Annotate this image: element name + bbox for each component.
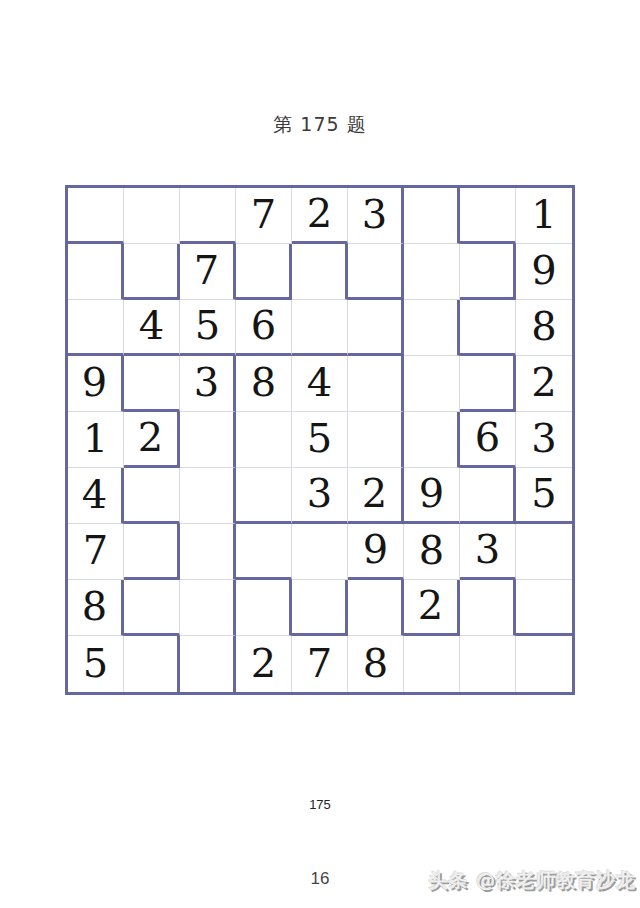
cell-r7c3[interactable] (180, 524, 236, 580)
cell-r5c8[interactable]: 6 (460, 412, 516, 468)
cell-r8c2[interactable] (124, 580, 180, 636)
cell-r4c9[interactable]: 2 (516, 356, 572, 412)
cell-r6c9[interactable]: 5 (516, 468, 572, 524)
cell-r5c2[interactable]: 2 (124, 412, 180, 468)
cell-r6c7[interactable]: 9 (404, 468, 460, 524)
cell-r8c5[interactable] (292, 580, 348, 636)
cell-r9c4[interactable]: 2 (236, 636, 292, 692)
cell-r4c4[interactable]: 8 (236, 356, 292, 412)
cell-r1c6[interactable]: 3 (348, 188, 404, 244)
cell-r6c5[interactable]: 3 (292, 468, 348, 524)
cell-r7c5[interactable] (292, 524, 348, 580)
cell-r8c8[interactable] (460, 580, 516, 636)
cell-r1c8[interactable] (460, 188, 516, 244)
cell-r1c9[interactable]: 1 (516, 188, 572, 244)
cell-r9c8[interactable] (460, 636, 516, 692)
cell-r5c7[interactable] (404, 412, 460, 468)
watermark: 头条 @徐老师教育沙龙 (428, 868, 636, 894)
cell-r4c8[interactable] (460, 356, 516, 412)
cell-r7c8[interactable]: 3 (460, 524, 516, 580)
cell-r8c6[interactable] (348, 580, 404, 636)
cell-r7c2[interactable] (124, 524, 180, 580)
cell-r1c4[interactable]: 7 (236, 188, 292, 244)
cell-r3c4[interactable]: 6 (236, 300, 292, 356)
cell-r7c4[interactable] (236, 524, 292, 580)
cell-r9c7[interactable] (404, 636, 460, 692)
cell-r4c3[interactable]: 3 (180, 356, 236, 412)
sudoku-board: 72317945689384212563432957983825278 (65, 185, 575, 695)
cell-r8c4[interactable] (236, 580, 292, 636)
cell-r3c7[interactable] (404, 300, 460, 356)
cell-r8c3[interactable] (180, 580, 236, 636)
cell-r7c9[interactable] (516, 524, 572, 580)
cell-r3c1[interactable] (68, 300, 124, 356)
cell-r2c5[interactable] (292, 244, 348, 300)
cell-r6c8[interactable] (460, 468, 516, 524)
cell-r2c2[interactable] (124, 244, 180, 300)
cell-r9c9[interactable] (516, 636, 572, 692)
cell-r1c1[interactable] (68, 188, 124, 244)
cell-r9c2[interactable] (124, 636, 180, 692)
cell-r7c1[interactable]: 7 (68, 524, 124, 580)
cell-r3c6[interactable] (348, 300, 404, 356)
cell-r1c3[interactable] (180, 188, 236, 244)
cell-r5c4[interactable] (236, 412, 292, 468)
cell-r5c1[interactable]: 1 (68, 412, 124, 468)
cell-r2c6[interactable] (348, 244, 404, 300)
puzzle-number: 175 (0, 797, 640, 812)
puzzle-page: 第 175 题 72317945689384212563432957983825… (0, 0, 640, 908)
cell-r9c5[interactable]: 7 (292, 636, 348, 692)
cell-r4c7[interactable] (404, 356, 460, 412)
cell-r5c6[interactable] (348, 412, 404, 468)
cell-r8c9[interactable] (516, 580, 572, 636)
cell-r9c1[interactable]: 5 (68, 636, 124, 692)
cell-r2c8[interactable] (460, 244, 516, 300)
cell-r3c9[interactable]: 8 (516, 300, 572, 356)
cell-r6c4[interactable] (236, 468, 292, 524)
cell-r2c1[interactable] (68, 244, 124, 300)
cell-r2c9[interactable]: 9 (516, 244, 572, 300)
puzzle-title: 第 175 题 (0, 112, 640, 138)
cell-r4c1[interactable]: 9 (68, 356, 124, 412)
cell-r7c7[interactable]: 8 (404, 524, 460, 580)
cell-r2c7[interactable] (404, 244, 460, 300)
cell-r3c8[interactable] (460, 300, 516, 356)
cell-r1c5[interactable]: 2 (292, 188, 348, 244)
cell-r9c3[interactable] (180, 636, 236, 692)
cell-r1c7[interactable] (404, 188, 460, 244)
cell-r8c1[interactable]: 8 (68, 580, 124, 636)
cell-r5c9[interactable]: 3 (516, 412, 572, 468)
cell-r4c5[interactable]: 4 (292, 356, 348, 412)
cell-r6c3[interactable] (180, 468, 236, 524)
cell-r6c6[interactable]: 2 (348, 468, 404, 524)
cell-r5c3[interactable] (180, 412, 236, 468)
cell-r2c4[interactable] (236, 244, 292, 300)
cell-r4c6[interactable] (348, 356, 404, 412)
cell-r4c2[interactable] (124, 356, 180, 412)
cell-r8c7[interactable]: 2 (404, 580, 460, 636)
cell-r7c6[interactable]: 9 (348, 524, 404, 580)
cell-r3c3[interactable]: 5 (180, 300, 236, 356)
cell-r6c1[interactable]: 4 (68, 468, 124, 524)
cell-r9c6[interactable]: 8 (348, 636, 404, 692)
cell-r6c2[interactable] (124, 468, 180, 524)
cell-r2c3[interactable]: 7 (180, 244, 236, 300)
cell-r1c2[interactable] (124, 188, 180, 244)
cell-r3c2[interactable]: 4 (124, 300, 180, 356)
cell-r3c5[interactable] (292, 300, 348, 356)
cell-r5c5[interactable]: 5 (292, 412, 348, 468)
